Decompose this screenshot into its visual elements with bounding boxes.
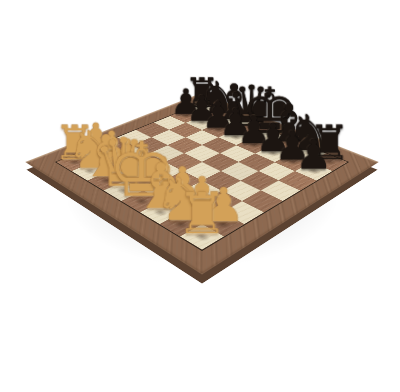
black-bishop-glyph: ♝	[265, 97, 312, 149]
chess-scene: ♜♞♟♝♟♛♟♚♟♝♟♞♟♟♜♟♜♟♟♞♟♝♟♛♟♚♟♝♟♞♟♜	[0, 0, 400, 392]
square-h1	[180, 224, 224, 250]
chess-board: ♜♞♟♝♟♛♟♚♟♝♟♞♟♟♜♟♜♟♟♞♟♝♟♛♟♚♟♝♟♞♟♜	[25, 93, 379, 275]
product-photo-stage: ♜♞♟♝♟♛♟♚♟♝♟♞♟♟♜♟♜♟♟♞♟♝♟♛♟♚♟♝♟♞♟♜	[0, 0, 400, 392]
